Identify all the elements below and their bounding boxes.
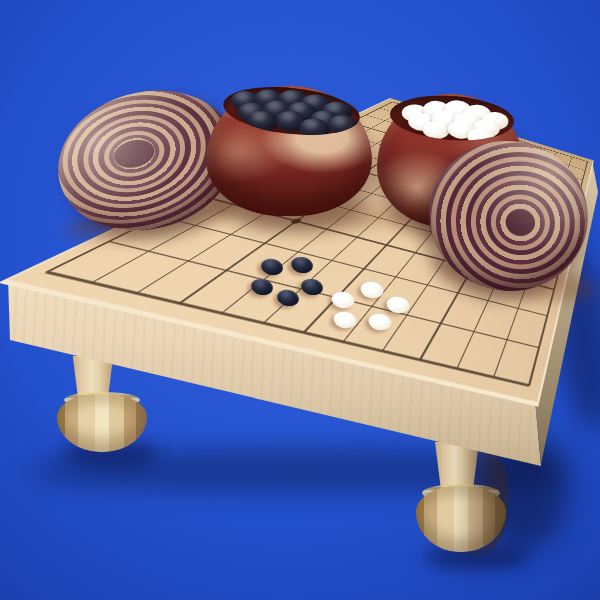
leg-bulb xyxy=(57,394,147,452)
leg-shadow-overlay xyxy=(416,442,508,558)
board-leg-front-right xyxy=(416,442,508,558)
go-set-product-photo xyxy=(0,0,600,600)
board-leg-front-left xyxy=(56,356,150,452)
